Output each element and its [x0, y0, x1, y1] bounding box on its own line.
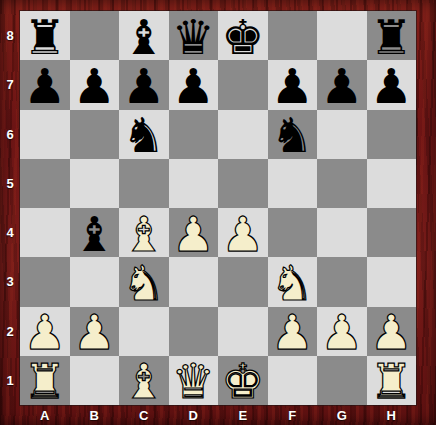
piece-white-rook[interactable]: ♜: [23, 357, 66, 405]
file-label-d: D: [169, 405, 219, 425]
piece-white-bishop[interactable]: ♝: [122, 210, 165, 258]
square-h3[interactable]: [367, 257, 417, 306]
rank-labels: 87654321: [0, 11, 20, 405]
square-d8[interactable]: ♛: [169, 11, 219, 60]
rank-label-8: 8: [0, 11, 20, 60]
square-g3[interactable]: [317, 257, 367, 306]
chess-board: ♜♝♛♚♜♟♟♟♟♟♟♟♞♞♝♝♟♟♞♞♟♟♟♟♟♜♝♛♚♜: [20, 11, 416, 405]
square-d7[interactable]: ♟: [169, 60, 219, 109]
square-b2[interactable]: ♟: [70, 307, 120, 356]
piece-white-queen[interactable]: ♛: [172, 357, 215, 405]
square-a6[interactable]: [20, 110, 70, 159]
file-label-h: H: [367, 405, 417, 425]
square-h7[interactable]: ♟: [367, 60, 417, 109]
piece-black-knight[interactable]: ♞: [271, 111, 314, 159]
piece-white-pawn[interactable]: ♟: [73, 308, 116, 356]
square-d5[interactable]: [169, 159, 219, 208]
piece-white-bishop[interactable]: ♝: [122, 357, 165, 405]
file-label-g: G: [317, 405, 367, 425]
square-c6[interactable]: ♞: [119, 110, 169, 159]
square-e6[interactable]: [218, 110, 268, 159]
square-a5[interactable]: [20, 159, 70, 208]
square-e3[interactable]: [218, 257, 268, 306]
file-label-c: C: [119, 405, 169, 425]
square-h6[interactable]: [367, 110, 417, 159]
square-a8[interactable]: ♜: [20, 11, 70, 60]
piece-black-pawn[interactable]: ♟: [122, 62, 165, 110]
rank-label-5: 5: [0, 159, 20, 208]
square-g7[interactable]: ♟: [317, 60, 367, 109]
rank-label-4: 4: [0, 208, 20, 257]
square-f6[interactable]: ♞: [268, 110, 318, 159]
square-e2[interactable]: [218, 307, 268, 356]
square-f2[interactable]: ♟: [268, 307, 318, 356]
piece-black-knight[interactable]: ♞: [122, 111, 165, 159]
piece-white-pawn[interactable]: ♟: [271, 308, 314, 356]
square-g6[interactable]: [317, 110, 367, 159]
piece-white-knight[interactable]: ♞: [122, 259, 165, 307]
square-e5[interactable]: [218, 159, 268, 208]
file-label-e: E: [218, 405, 268, 425]
square-h1[interactable]: ♜: [367, 356, 417, 405]
piece-black-pawn[interactable]: ♟: [172, 62, 215, 110]
square-c4[interactable]: ♝: [119, 208, 169, 257]
square-e4[interactable]: ♟: [218, 208, 268, 257]
square-c2[interactable]: [119, 307, 169, 356]
square-c8[interactable]: ♝: [119, 11, 169, 60]
square-a4[interactable]: [20, 208, 70, 257]
square-b5[interactable]: [70, 159, 120, 208]
piece-black-king[interactable]: ♚: [221, 13, 264, 61]
square-h4[interactable]: [367, 208, 417, 257]
square-d6[interactable]: [169, 110, 219, 159]
file-label-f: F: [268, 405, 318, 425]
piece-black-bishop[interactable]: ♝: [73, 210, 116, 258]
piece-white-king[interactable]: ♚: [221, 357, 264, 405]
square-a7[interactable]: ♟: [20, 60, 70, 109]
square-b1[interactable]: [70, 356, 120, 405]
piece-white-pawn[interactable]: ♟: [320, 308, 363, 356]
square-c5[interactable]: [119, 159, 169, 208]
piece-black-pawn[interactable]: ♟: [23, 62, 66, 110]
square-h2[interactable]: ♟: [367, 307, 417, 356]
board-frame: 87654321 ♜♝♛♚♜♟♟♟♟♟♟♟♞♞♝♝♟♟♞♞♟♟♟♟♟♜♝♛♚♜ …: [0, 0, 436, 425]
piece-white-pawn[interactable]: ♟: [172, 210, 215, 258]
piece-white-pawn[interactable]: ♟: [370, 308, 413, 356]
square-b7[interactable]: ♟: [70, 60, 120, 109]
square-f8[interactable]: [268, 11, 318, 60]
square-d2[interactable]: [169, 307, 219, 356]
square-b6[interactable]: [70, 110, 120, 159]
square-e1[interactable]: ♚: [218, 356, 268, 405]
rank-label-2: 2: [0, 307, 20, 356]
piece-white-pawn[interactable]: ♟: [23, 308, 66, 356]
piece-black-pawn[interactable]: ♟: [370, 62, 413, 110]
piece-black-rook[interactable]: ♜: [23, 13, 66, 61]
square-f1[interactable]: [268, 356, 318, 405]
square-a3[interactable]: [20, 257, 70, 306]
piece-black-pawn[interactable]: ♟: [271, 62, 314, 110]
square-g4[interactable]: [317, 208, 367, 257]
piece-black-pawn[interactable]: ♟: [73, 62, 116, 110]
file-label-a: A: [20, 405, 70, 425]
piece-white-knight[interactable]: ♞: [271, 259, 314, 307]
square-f3[interactable]: ♞: [268, 257, 318, 306]
square-g8[interactable]: [317, 11, 367, 60]
file-labels: ABCDEFGH: [20, 405, 416, 425]
square-c7[interactable]: ♟: [119, 60, 169, 109]
square-f4[interactable]: [268, 208, 318, 257]
square-b3[interactable]: [70, 257, 120, 306]
square-e8[interactable]: ♚: [218, 11, 268, 60]
square-h5[interactable]: [367, 159, 417, 208]
square-g1[interactable]: [317, 356, 367, 405]
square-a2[interactable]: ♟: [20, 307, 70, 356]
square-c1[interactable]: ♝: [119, 356, 169, 405]
rank-label-3: 3: [0, 257, 20, 306]
square-c3[interactable]: ♞: [119, 257, 169, 306]
piece-white-pawn[interactable]: ♟: [221, 210, 264, 258]
rank-label-1: 1: [0, 356, 20, 405]
square-g5[interactable]: [317, 159, 367, 208]
piece-white-rook[interactable]: ♜: [370, 357, 413, 405]
square-f5[interactable]: [268, 159, 318, 208]
square-h8[interactable]: ♜: [367, 11, 417, 60]
square-f7[interactable]: ♟: [268, 60, 318, 109]
piece-black-pawn[interactable]: ♟: [320, 62, 363, 110]
file-label-b: B: [70, 405, 120, 425]
piece-black-queen[interactable]: ♛: [172, 13, 215, 61]
piece-black-rook[interactable]: ♜: [370, 13, 413, 61]
square-b8[interactable]: [70, 11, 120, 60]
rank-label-7: 7: [0, 60, 20, 109]
square-d4[interactable]: ♟: [169, 208, 219, 257]
piece-black-bishop[interactable]: ♝: [122, 13, 165, 61]
square-d3[interactable]: [169, 257, 219, 306]
square-d1[interactable]: ♛: [169, 356, 219, 405]
square-a1[interactable]: ♜: [20, 356, 70, 405]
square-g2[interactable]: ♟: [317, 307, 367, 356]
square-e7[interactable]: [218, 60, 268, 109]
square-b4[interactable]: ♝: [70, 208, 120, 257]
rank-label-6: 6: [0, 110, 20, 159]
